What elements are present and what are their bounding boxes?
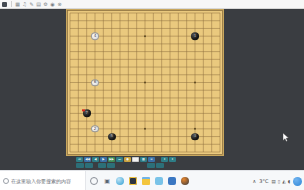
pass-button[interactable]: ●: [124, 157, 131, 162]
numbers-button[interactable]: ▦: [140, 157, 147, 162]
move-number: 4: [94, 34, 97, 38]
button-group-a: [76, 163, 93, 168]
orange-ring-app-icon[interactable]: [181, 177, 189, 185]
panel-icon[interactable]: ▤: [35, 2, 42, 7]
button-group-b: [98, 163, 115, 168]
windows-taskbar: 在这里输入你要搜索的内容 ▣ ∧ 3°C ▤▯◭◖: [0, 170, 304, 190]
weather-widget[interactable]: 3°C: [259, 178, 268, 184]
search-placeholder: 在这里输入你要搜索的内容: [11, 178, 71, 184]
battery-icon[interactable]: ▯: [278, 179, 280, 184]
prev-var-button[interactable]: ⏴: [161, 157, 168, 162]
button-group-c: [147, 163, 164, 168]
tray-icons: ▤▯◭◖: [271, 179, 290, 184]
photos-app-icon[interactable]: [155, 177, 163, 185]
edit-icon[interactable]: ✎: [28, 2, 35, 7]
next-var-button[interactable]: ⏵: [169, 157, 176, 162]
system-tray: ∧ 3°C ▤▯◭◖: [253, 177, 304, 186]
nav-first-button[interactable]: ⏮: [76, 157, 83, 162]
tray-chevron-icon[interactable]: ∧: [253, 178, 257, 184]
move-number: 5: [110, 135, 113, 139]
target-icon[interactable]: ◉: [49, 2, 56, 7]
nav-fwd10-button[interactable]: ▶▶: [108, 157, 115, 162]
toolbar-icons: ▦♫✎▤⚙◉⊗: [14, 2, 63, 7]
file-explorer-icon[interactable]: [142, 177, 150, 185]
network-icon[interactable]: ◭: [282, 179, 285, 184]
volume-icon[interactable]: ◖: [288, 179, 290, 184]
taskbar-app-icons: ▣: [90, 177, 189, 185]
mouse-cursor: [283, 127, 289, 146]
search-icon: [3, 178, 9, 184]
group-c-button-1[interactable]: [147, 163, 155, 168]
titlebar: ▦♫✎▤⚙◉⊗: [0, 0, 304, 9]
sound-icon[interactable]: ♫: [21, 2, 28, 7]
move-number: 7: [85, 111, 88, 115]
close-icon[interactable]: ⊗: [56, 2, 63, 7]
group-c-button-2[interactable]: [156, 163, 164, 168]
group-a-button-2[interactable]: [85, 163, 93, 168]
navigation-toolbar: ⏮◀◀◀▶▶▶⏭●▦≡⏴⏵: [76, 157, 176, 162]
move-number: 2: [94, 127, 97, 131]
secondary-toolbar: [76, 163, 226, 168]
move-number: 6: [94, 80, 97, 84]
move-number: 3: [194, 135, 197, 139]
toolbar-separator: [11, 1, 12, 7]
board-grid-icon[interactable]: ▦: [14, 2, 21, 7]
group-a-button-1[interactable]: [76, 163, 84, 168]
cortana-icon[interactable]: [90, 177, 98, 185]
app-logo-icon: [2, 2, 7, 7]
avatar-badge[interactable]: [293, 177, 302, 186]
nav-back-button[interactable]: ◀: [92, 157, 99, 162]
blue-app-icon[interactable]: [168, 177, 176, 185]
task-view-icon[interactable]: ▣: [103, 177, 111, 185]
menu-button[interactable]: ≡: [148, 157, 155, 162]
taskbar-search[interactable]: 在这里输入你要搜索的内容: [0, 171, 86, 190]
nav-back10-button[interactable]: ◀◀: [84, 157, 91, 162]
nav-last-button[interactable]: ⏭: [116, 157, 123, 162]
go-board[interactable]: 1234567: [66, 9, 224, 156]
dark-app-icon[interactable]: [129, 177, 137, 185]
edge-browser-icon[interactable]: [116, 177, 124, 185]
group-b-button-2[interactable]: [107, 163, 115, 168]
move-number: 1: [194, 34, 197, 38]
nav-fwd-button[interactable]: ▶: [100, 157, 107, 162]
group-b-button-1[interactable]: [98, 163, 106, 168]
last-move-marker: [82, 109, 85, 112]
settings-icon[interactable]: ⚙: [42, 2, 49, 7]
input-indicator-icon[interactable]: ▤: [271, 179, 275, 184]
current-move-button[interactable]: [132, 157, 139, 162]
